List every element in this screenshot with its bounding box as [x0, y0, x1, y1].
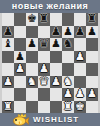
wishlist-label: WISHLIST: [33, 113, 79, 126]
board-square-f8[interactable]: [62, 13, 74, 26]
board-square-h6[interactable]: [86, 38, 98, 51]
black-pawn-piece[interactable]: ♟: [51, 38, 61, 50]
black-rook-piece[interactable]: ♜: [87, 13, 97, 25]
board-square-e6[interactable]: ♟: [50, 38, 62, 51]
board-square-a8[interactable]: [2, 13, 14, 26]
board-square-g3[interactable]: [74, 76, 86, 89]
board-square-f7[interactable]: ♟: [62, 26, 74, 39]
board-square-f6[interactable]: ♞: [62, 38, 74, 51]
black-pawn-piece[interactable]: ♟: [3, 26, 13, 38]
board-square-f2[interactable]: ♟: [62, 88, 74, 101]
board-square-g5[interactable]: ♟: [74, 51, 86, 64]
board-square-d1[interactable]: [38, 101, 50, 114]
board-square-a2[interactable]: [2, 88, 14, 101]
board-square-d7[interactable]: [38, 26, 50, 39]
board-square-h5[interactable]: [86, 51, 98, 64]
board-square-h4[interactable]: [86, 63, 98, 76]
white-pawn-piece[interactable]: ♟: [87, 88, 97, 100]
board-square-e7[interactable]: ♟: [50, 26, 62, 39]
board-square-c4[interactable]: [26, 63, 38, 76]
white-pawn-piece[interactable]: ♟: [75, 51, 85, 63]
board-square-b1[interactable]: [14, 101, 26, 114]
chess-board: ♚♜♜♟♟♟♟♟♝♟♛♟♞♟♟♟♟♟♞♛♟♞♟♟♟♜♜♚: [2, 13, 98, 113]
black-pawn-piece[interactable]: ♟: [27, 38, 37, 50]
board-square-g1[interactable]: ♚: [74, 101, 86, 114]
board-square-d6[interactable]: ♛: [38, 38, 50, 51]
board-square-c1[interactable]: [26, 101, 38, 114]
board-square-g7[interactable]: ♟: [74, 26, 86, 39]
board-square-g8[interactable]: [74, 13, 86, 26]
black-rook-piece[interactable]: ♜: [39, 13, 49, 25]
white-rook-piece[interactable]: ♜: [3, 101, 13, 113]
black-pawn-piece[interactable]: ♟: [75, 26, 85, 38]
white-pawn-piece[interactable]: ♟: [63, 88, 73, 100]
board-square-d3[interactable]: ♛: [38, 76, 50, 89]
black-pawn-piece[interactable]: ♟: [63, 26, 73, 38]
board-square-b8[interactable]: [14, 13, 26, 26]
board-square-e8[interactable]: [50, 13, 62, 26]
white-pawn-piece[interactable]: ♟: [75, 88, 85, 100]
board-square-e2[interactable]: [50, 88, 62, 101]
board-square-a7[interactable]: ♟: [2, 26, 14, 39]
board-square-c2[interactable]: [26, 88, 38, 101]
board-square-d5[interactable]: [38, 51, 50, 64]
board-square-b4[interactable]: ♟: [14, 63, 26, 76]
white-pawn-piece[interactable]: ♟: [39, 63, 49, 75]
black-pawn-piece[interactable]: ♟: [15, 51, 25, 63]
board-square-h1[interactable]: [86, 101, 98, 114]
wishlist-link[interactable]: WISHLIST: [0, 113, 100, 126]
board-square-c3[interactable]: ♞: [26, 76, 38, 89]
board-square-b5[interactable]: ♟: [14, 51, 26, 64]
board-square-b2[interactable]: [14, 88, 26, 101]
black-queen-piece[interactable]: ♛: [39, 38, 49, 50]
black-king-piece[interactable]: ♚: [27, 13, 37, 25]
white-pawn-piece[interactable]: ♟: [51, 76, 61, 88]
board-square-e4[interactable]: [50, 63, 62, 76]
board-square-a6[interactable]: ♝: [2, 38, 14, 51]
board-square-c8[interactable]: ♚: [26, 13, 38, 26]
white-knight-piece[interactable]: ♞: [27, 76, 37, 88]
board-square-c7[interactable]: [26, 26, 38, 39]
black-knight-piece[interactable]: ♞: [63, 38, 73, 50]
board-square-c5[interactable]: [26, 51, 38, 64]
board-square-c6[interactable]: ♟: [26, 38, 38, 51]
chess-board-frame: ♚♜♜♟♟♟♟♟♝♟♛♟♞♟♟♟♟♟♞♛♟♞♟♟♟♜♜♚: [0, 13, 100, 113]
board-square-b3[interactable]: [14, 76, 26, 89]
white-queen-piece[interactable]: ♛: [39, 76, 49, 88]
board-square-h3[interactable]: [86, 76, 98, 89]
board-square-h7[interactable]: ♟: [86, 26, 98, 39]
board-square-g4[interactable]: [74, 63, 86, 76]
white-king-piece[interactable]: ♚: [75, 101, 85, 113]
board-square-a4[interactable]: [2, 63, 14, 76]
white-pawn-piece[interactable]: ♟: [15, 63, 25, 75]
board-square-a3[interactable]: ♟: [2, 76, 14, 89]
board-square-f1[interactable]: ♜: [62, 101, 74, 114]
black-pawn-piece[interactable]: ♟: [87, 26, 97, 38]
board-square-h2[interactable]: ♟: [86, 88, 98, 101]
board-square-f4[interactable]: [62, 63, 74, 76]
goldfish-icon: [12, 113, 29, 126]
board-square-a5[interactable]: [2, 51, 14, 64]
board-square-b7[interactable]: [14, 26, 26, 39]
white-pawn-piece[interactable]: ♟: [3, 76, 13, 88]
board-square-e3[interactable]: ♟: [50, 76, 62, 89]
board-square-d4[interactable]: ♟: [38, 63, 50, 76]
board-square-e5[interactable]: [50, 51, 62, 64]
board-square-g6[interactable]: [74, 38, 86, 51]
board-square-f5[interactable]: [62, 51, 74, 64]
board-square-e1[interactable]: [50, 101, 62, 114]
board-square-a1[interactable]: ♜: [2, 101, 14, 114]
wishlist-chess-widget: новые желания ♚♜♜♟♟♟♟♟♝♟♛♟♞♟♟♟♟♟♞♛♟♞♟♟♟♜…: [0, 0, 100, 126]
black-bishop-piece[interactable]: ♝: [3, 38, 13, 50]
white-rook-piece[interactable]: ♜: [63, 101, 73, 113]
board-square-h8[interactable]: ♜: [86, 13, 98, 26]
white-knight-piece[interactable]: ♞: [63, 76, 73, 88]
board-square-d8[interactable]: ♜: [38, 13, 50, 26]
board-square-f3[interactable]: ♞: [62, 76, 74, 89]
board-square-d2[interactable]: [38, 88, 50, 101]
black-pawn-piece[interactable]: ♟: [51, 26, 61, 38]
page-title: новые желания: [0, 0, 100, 13]
board-square-g2[interactable]: ♟: [74, 88, 86, 101]
board-square-b6[interactable]: [14, 38, 26, 51]
